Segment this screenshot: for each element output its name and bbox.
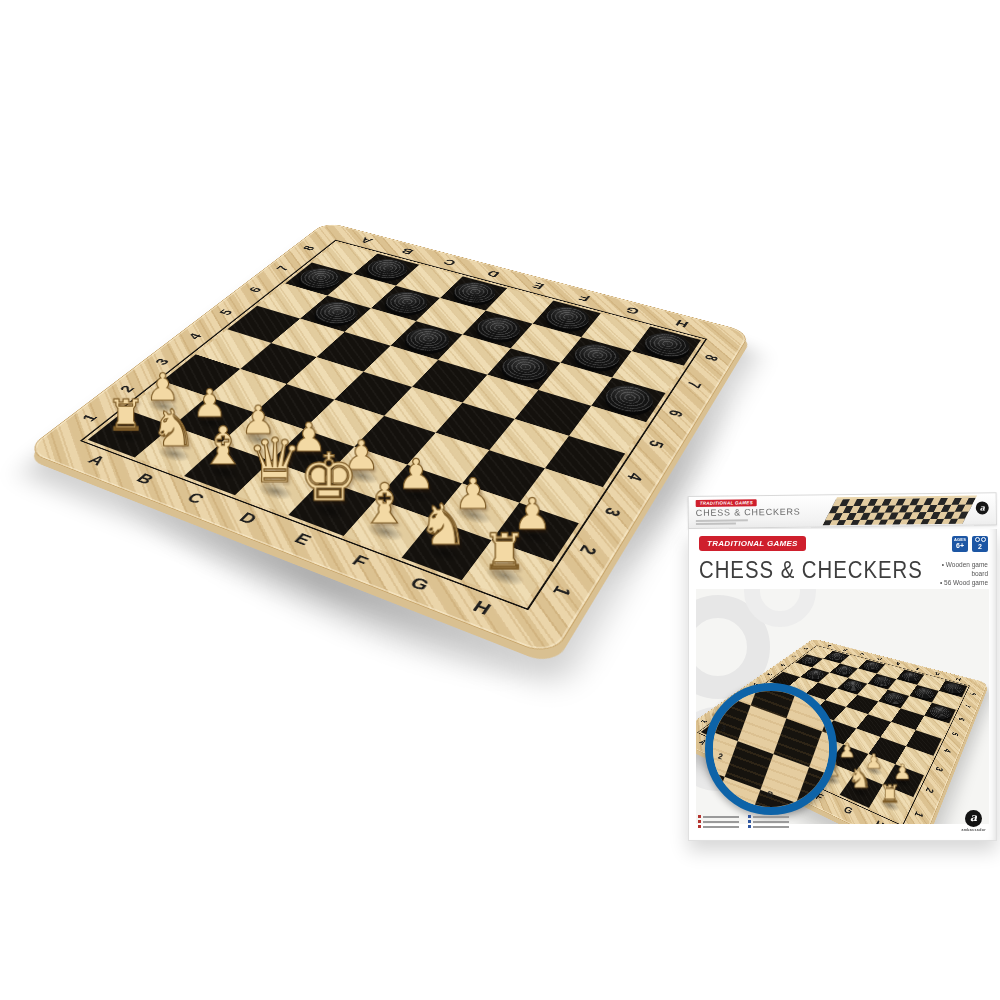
flap-board-image (823, 495, 978, 525)
flap-brand-logo-icon: a (976, 501, 989, 514)
product-box: TRADITIONAL GAMES CHESS & CHECKERS a TRA… (688, 496, 997, 841)
fine-print-line (748, 824, 792, 829)
age-icon: AGES 6+ (952, 536, 968, 552)
brand-logo-icon: a (965, 810, 982, 827)
main-board: ♟♟♟♟♟♟♟♟♜♞♝♛♚♝♞♜AABBCCDDEEFFGGHH88776655… (25, 222, 749, 655)
box-top-flap: TRADITIONAL GAMES CHESS & CHECKERS a (688, 492, 997, 529)
info-icons: AGES 6+ 2 (952, 536, 988, 552)
brand-badge: TRADITIONAL GAMES (699, 536, 806, 551)
product-title: CHESS & CHECKERS (699, 557, 923, 582)
white-rook-h1: ♜ (461, 527, 547, 576)
players-icon: 2 (972, 536, 988, 552)
white-rook-h1: ♜ (869, 781, 911, 805)
flap-brand-badge: TRADITIONAL GAMES (696, 499, 757, 507)
players-pictogram (975, 537, 986, 542)
feature-item: • Wooden game board (930, 560, 988, 578)
brand-logo-name: ambassador (961, 828, 986, 833)
fine-print (698, 814, 792, 829)
fine-print-line (698, 824, 742, 829)
product-photo: ♟♟♟♟♟♟♟♟♜♞♝♛♚♝♞♜AABBCCDDEEFFGGHH88776655… (0, 0, 1000, 1000)
box-front-panel: TRADITIONAL GAMES AGES 6+ 2 CHESS & CHEC… (688, 529, 997, 841)
zoom-circle: 3 2 B (705, 683, 837, 815)
flap-title: CHESS & CHECKERS (696, 508, 801, 518)
box-photo: ♟♟♟♟♟♟♟♟♜♞♝♛♚♝♞♜AABBCCDDEEFFGGHH88776655… (696, 589, 989, 824)
brand-logo: a ambassador (961, 810, 986, 833)
